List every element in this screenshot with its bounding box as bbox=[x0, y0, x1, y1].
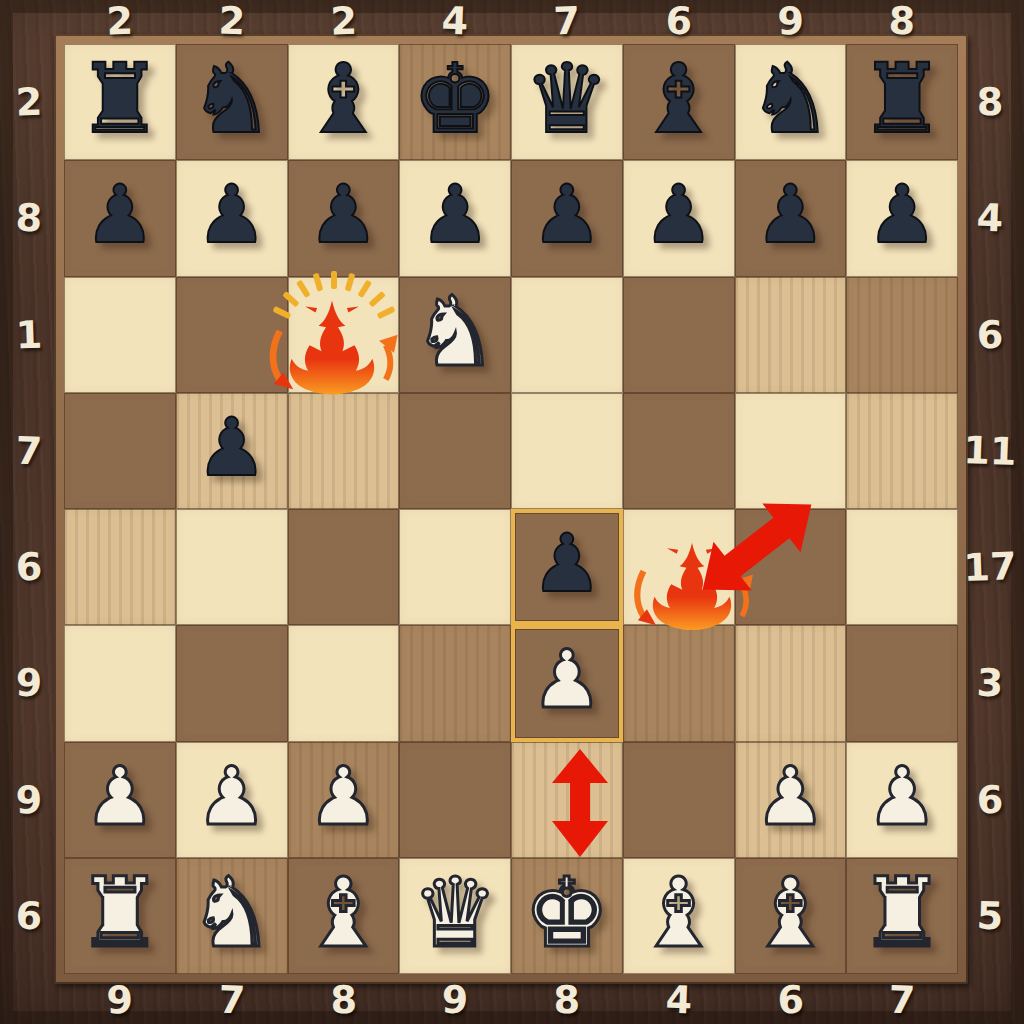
white-queen[interactable]: ♛ bbox=[412, 865, 498, 961]
square-e8[interactable]: ♛ bbox=[511, 44, 623, 160]
square-h2[interactable]: ♟ bbox=[846, 742, 958, 858]
square-h4[interactable] bbox=[846, 509, 958, 625]
white-pawn[interactable]: ♟ bbox=[308, 757, 380, 837]
square-c7[interactable]: ♟ bbox=[288, 160, 400, 276]
white-pawn[interactable]: ♟ bbox=[755, 757, 827, 837]
square-a5[interactable] bbox=[64, 393, 176, 509]
square-b2[interactable]: ♟ bbox=[176, 742, 288, 858]
square-c2[interactable]: ♟ bbox=[288, 742, 400, 858]
black-pawn[interactable]: ♟ bbox=[755, 175, 827, 255]
square-d7[interactable]: ♟ bbox=[399, 160, 511, 276]
square-g6[interactable] bbox=[735, 277, 847, 393]
square-e7[interactable]: ♟ bbox=[511, 160, 623, 276]
square-h3[interactable] bbox=[846, 625, 958, 741]
square-g1[interactable]: ♝ bbox=[735, 858, 847, 974]
frame-labels-left: 28176996 bbox=[0, 44, 58, 974]
square-e3[interactable]: ♟ bbox=[511, 625, 623, 741]
square-b7[interactable]: ♟ bbox=[176, 160, 288, 276]
square-a6[interactable] bbox=[64, 277, 176, 393]
square-h8[interactable]: ♜ bbox=[846, 44, 958, 160]
black-pawn[interactable]: ♟ bbox=[196, 175, 268, 255]
square-h1[interactable]: ♜ bbox=[846, 858, 958, 974]
white-pawn[interactable]: ♟ bbox=[196, 757, 268, 837]
white-pawn[interactable]: ♟ bbox=[531, 640, 603, 720]
white-pawn[interactable]: ♟ bbox=[866, 757, 938, 837]
black-pawn[interactable]: ♟ bbox=[84, 175, 156, 255]
square-a1[interactable]: ♜ bbox=[64, 858, 176, 974]
rank-label-left: 8 bbox=[0, 159, 60, 277]
white-knight[interactable]: ♞ bbox=[412, 284, 498, 380]
square-a7[interactable]: ♟ bbox=[64, 160, 176, 276]
square-b6[interactable] bbox=[176, 277, 288, 393]
white-rook[interactable]: ♜ bbox=[77, 865, 163, 961]
square-e1[interactable]: ♚ bbox=[511, 858, 623, 974]
square-c3[interactable] bbox=[288, 625, 400, 741]
rank-label-left: 9 bbox=[0, 741, 60, 859]
white-bishop[interactable]: ♝ bbox=[300, 865, 386, 961]
black-pawn[interactable]: ♟ bbox=[419, 175, 491, 255]
square-f7[interactable]: ♟ bbox=[623, 160, 735, 276]
black-rook[interactable]: ♜ bbox=[77, 51, 163, 147]
square-c1[interactable]: ♝ bbox=[288, 858, 400, 974]
square-f3[interactable] bbox=[623, 625, 735, 741]
square-b4[interactable] bbox=[176, 509, 288, 625]
square-a3[interactable] bbox=[64, 625, 176, 741]
square-d5[interactable] bbox=[399, 393, 511, 509]
square-g4[interactable] bbox=[735, 509, 847, 625]
square-f4[interactable] bbox=[623, 509, 735, 625]
rank-label-left: 2 bbox=[0, 43, 60, 161]
black-pawn[interactable]: ♟ bbox=[866, 175, 938, 255]
chess-board: ♜♞♝♚♛♝♞♜♟♟♟♟♟♟♟♟♞♟♟♟♟♟♟♟♟♜♞♝♛♚♝♝♜ bbox=[64, 44, 958, 974]
square-a2[interactable]: ♟ bbox=[64, 742, 176, 858]
square-g2[interactable]: ♟ bbox=[735, 742, 847, 858]
black-pawn[interactable]: ♟ bbox=[308, 175, 380, 255]
square-a4[interactable] bbox=[64, 509, 176, 625]
black-pawn[interactable]: ♟ bbox=[643, 175, 715, 255]
black-knight[interactable]: ♞ bbox=[189, 51, 275, 147]
black-king[interactable]: ♚ bbox=[412, 51, 498, 147]
square-g3[interactable] bbox=[735, 625, 847, 741]
square-d6[interactable]: ♞ bbox=[399, 277, 511, 393]
square-g7[interactable]: ♟ bbox=[735, 160, 847, 276]
black-queen[interactable]: ♛ bbox=[524, 51, 610, 147]
square-f2[interactable] bbox=[623, 742, 735, 858]
white-bishop[interactable]: ♝ bbox=[747, 865, 833, 961]
square-d1[interactable]: ♛ bbox=[399, 858, 511, 974]
black-rook[interactable]: ♜ bbox=[859, 51, 945, 147]
white-bishop[interactable]: ♝ bbox=[636, 865, 722, 961]
rank-label-left: 6 bbox=[0, 857, 60, 975]
white-rook[interactable]: ♜ bbox=[859, 865, 945, 961]
white-king[interactable]: ♚ bbox=[524, 865, 610, 961]
square-e2[interactable] bbox=[511, 742, 623, 858]
square-f5[interactable] bbox=[623, 393, 735, 509]
black-pawn[interactable]: ♟ bbox=[531, 524, 603, 604]
rank-label-left: 6 bbox=[0, 508, 60, 626]
chess-board-frame: ♜♞♝♚♛♝♞♜♟♟♟♟♟♟♟♟♞♟♟♟♟♟♟♟♟♜♞♝♛♚♝♝♜ 222476… bbox=[0, 0, 1024, 1024]
square-d8[interactable]: ♚ bbox=[399, 44, 511, 160]
square-e5[interactable] bbox=[511, 393, 623, 509]
black-bishop[interactable]: ♝ bbox=[300, 51, 386, 147]
square-h7[interactable]: ♟ bbox=[846, 160, 958, 276]
black-pawn[interactable]: ♟ bbox=[531, 175, 603, 255]
square-f1[interactable]: ♝ bbox=[623, 858, 735, 974]
square-b8[interactable]: ♞ bbox=[176, 44, 288, 160]
black-pawn[interactable]: ♟ bbox=[196, 408, 268, 488]
square-c6[interactable] bbox=[288, 277, 400, 393]
rank-label-left: 7 bbox=[0, 392, 60, 510]
square-b3[interactable] bbox=[176, 625, 288, 741]
square-c5[interactable] bbox=[288, 393, 400, 509]
white-pawn[interactable]: ♟ bbox=[84, 757, 156, 837]
square-d3[interactable] bbox=[399, 625, 511, 741]
rank-label-left: 1 bbox=[0, 276, 60, 394]
square-f6[interactable] bbox=[623, 277, 735, 393]
square-g5[interactable] bbox=[735, 393, 847, 509]
square-c8[interactable]: ♝ bbox=[288, 44, 400, 160]
square-b1[interactable]: ♞ bbox=[176, 858, 288, 974]
black-knight[interactable]: ♞ bbox=[747, 51, 833, 147]
square-h6[interactable] bbox=[846, 277, 958, 393]
square-d2[interactable] bbox=[399, 742, 511, 858]
white-knight[interactable]: ♞ bbox=[189, 865, 275, 961]
black-bishop[interactable]: ♝ bbox=[636, 51, 722, 147]
square-g8[interactable]: ♞ bbox=[735, 44, 847, 160]
frame-labels-right: 8461117365 bbox=[960, 44, 1020, 974]
square-h5[interactable] bbox=[846, 393, 958, 509]
square-c4[interactable] bbox=[288, 509, 400, 625]
square-f8[interactable]: ♝ bbox=[623, 44, 735, 160]
square-e6[interactable] bbox=[511, 277, 623, 393]
square-d4[interactable] bbox=[399, 509, 511, 625]
square-a8[interactable]: ♜ bbox=[64, 44, 176, 160]
square-e4[interactable]: ♟ bbox=[511, 509, 623, 625]
rank-label-left: 9 bbox=[0, 624, 60, 742]
square-b5[interactable]: ♟ bbox=[176, 393, 288, 509]
